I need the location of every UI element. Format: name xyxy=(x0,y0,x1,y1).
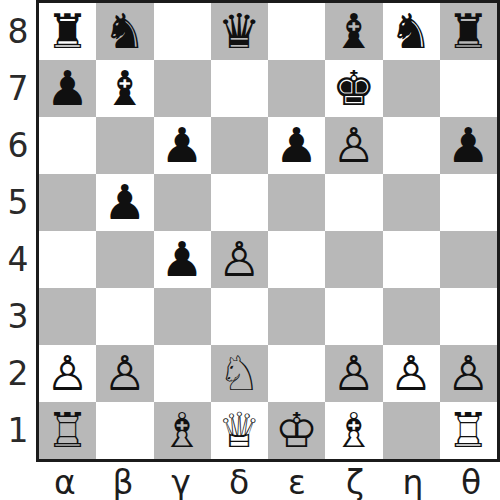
square-b3[interactable] xyxy=(96,288,153,345)
square-c8[interactable] xyxy=(154,3,211,60)
square-e6[interactable]: ♟ xyxy=(268,117,325,174)
square-a4[interactable] xyxy=(39,231,96,288)
black-pawn: ♟ xyxy=(161,121,204,169)
white-pawn: ♙ xyxy=(447,349,490,397)
square-e5[interactable] xyxy=(268,174,325,231)
square-c1[interactable]: ♗ xyxy=(154,402,211,459)
square-c3[interactable] xyxy=(154,288,211,345)
square-a1[interactable]: ♖ xyxy=(39,402,96,459)
file-label-d: δ xyxy=(210,460,268,500)
rank-label-8: 8 xyxy=(0,3,36,60)
rank-label-5: 5 xyxy=(0,174,36,231)
square-a6[interactable] xyxy=(39,117,96,174)
square-d2[interactable]: ♘ xyxy=(211,345,268,402)
square-f8[interactable]: ♝ xyxy=(325,3,382,60)
square-d5[interactable] xyxy=(211,174,268,231)
square-e7[interactable] xyxy=(268,60,325,117)
white-queen: ♕ xyxy=(218,406,261,454)
rank-labels: 87654321 xyxy=(0,3,36,459)
square-e2[interactable] xyxy=(268,345,325,402)
file-label-e: ε xyxy=(268,460,326,500)
square-c5[interactable] xyxy=(154,174,211,231)
black-pawn: ♟ xyxy=(103,178,146,226)
square-g3[interactable] xyxy=(383,288,440,345)
white-king: ♔ xyxy=(275,406,318,454)
white-pawn: ♙ xyxy=(390,349,433,397)
file-label-a: α xyxy=(36,460,94,500)
black-king: ♚ xyxy=(332,64,375,112)
square-c2[interactable] xyxy=(154,345,211,402)
square-f6[interactable]: ♙ xyxy=(325,117,382,174)
square-d7[interactable] xyxy=(211,60,268,117)
rank-label-7: 7 xyxy=(0,60,36,117)
square-h2[interactable]: ♙ xyxy=(440,345,497,402)
square-h3[interactable] xyxy=(440,288,497,345)
square-b6[interactable] xyxy=(96,117,153,174)
file-label-b: β xyxy=(94,460,152,500)
square-d3[interactable] xyxy=(211,288,268,345)
rank-label-3: 3 xyxy=(0,288,36,345)
square-e8[interactable] xyxy=(268,3,325,60)
file-labels: αβγδεζηθ xyxy=(36,460,500,500)
square-e1[interactable]: ♔ xyxy=(268,402,325,459)
square-d1[interactable]: ♕ xyxy=(211,402,268,459)
white-pawn: ♙ xyxy=(218,235,261,283)
black-rook: ♜ xyxy=(447,7,490,55)
square-g5[interactable] xyxy=(383,174,440,231)
file-label-c: γ xyxy=(152,460,210,500)
square-d6[interactable] xyxy=(211,117,268,174)
square-f1[interactable]: ♗ xyxy=(325,402,382,459)
black-pawn: ♟ xyxy=(447,121,490,169)
white-pawn: ♙ xyxy=(103,349,146,397)
chess-diagram: 87654321 ♜♞♛♝♞♜♟♝♚♟♟♙♟♟♟♙♙♙♘♙♙♙♖♗♕♔♗♖ αβ… xyxy=(0,0,500,500)
white-rook: ♖ xyxy=(447,406,490,454)
white-knight: ♘ xyxy=(218,349,261,397)
file-label-g: η xyxy=(384,460,442,500)
square-g4[interactable] xyxy=(383,231,440,288)
square-h6[interactable]: ♟ xyxy=(440,117,497,174)
square-a8[interactable]: ♜ xyxy=(39,3,96,60)
square-b2[interactable]: ♙ xyxy=(96,345,153,402)
white-pawn: ♙ xyxy=(46,349,89,397)
chessboard: ♜♞♛♝♞♜♟♝♚♟♟♙♟♟♟♙♙♙♘♙♙♙♖♗♕♔♗♖ xyxy=(36,0,500,462)
square-f3[interactable] xyxy=(325,288,382,345)
square-b1[interactable] xyxy=(96,402,153,459)
black-queen: ♛ xyxy=(218,7,261,55)
square-a2[interactable]: ♙ xyxy=(39,345,96,402)
square-b5[interactable]: ♟ xyxy=(96,174,153,231)
square-g8[interactable]: ♞ xyxy=(383,3,440,60)
square-h4[interactable] xyxy=(440,231,497,288)
black-bishop: ♝ xyxy=(103,64,146,112)
black-rook: ♜ xyxy=(46,7,89,55)
square-a5[interactable] xyxy=(39,174,96,231)
square-c6[interactable]: ♟ xyxy=(154,117,211,174)
rank-label-2: 2 xyxy=(0,345,36,402)
square-b8[interactable]: ♞ xyxy=(96,3,153,60)
square-h7[interactable] xyxy=(440,60,497,117)
square-h5[interactable] xyxy=(440,174,497,231)
rank-label-6: 6 xyxy=(0,117,36,174)
white-rook: ♖ xyxy=(46,406,89,454)
square-f5[interactable] xyxy=(325,174,382,231)
square-b7[interactable]: ♝ xyxy=(96,60,153,117)
white-pawn: ♙ xyxy=(332,121,375,169)
square-a3[interactable] xyxy=(39,288,96,345)
rank-label-4: 4 xyxy=(0,231,36,288)
black-pawn: ♟ xyxy=(46,64,89,112)
square-g1[interactable] xyxy=(383,402,440,459)
square-f4[interactable] xyxy=(325,231,382,288)
square-a7[interactable]: ♟ xyxy=(39,60,96,117)
square-f7[interactable]: ♚ xyxy=(325,60,382,117)
square-g7[interactable] xyxy=(383,60,440,117)
white-bishop: ♗ xyxy=(332,406,375,454)
black-pawn: ♟ xyxy=(161,235,204,283)
square-d8[interactable]: ♛ xyxy=(211,3,268,60)
black-knight: ♞ xyxy=(103,7,146,55)
square-h1[interactable]: ♖ xyxy=(440,402,497,459)
white-bishop: ♗ xyxy=(161,406,204,454)
square-c4[interactable]: ♟ xyxy=(154,231,211,288)
black-bishop: ♝ xyxy=(332,7,375,55)
square-g6[interactable] xyxy=(383,117,440,174)
white-pawn: ♙ xyxy=(332,349,375,397)
black-knight: ♞ xyxy=(390,7,433,55)
square-g2[interactable]: ♙ xyxy=(383,345,440,402)
square-d4[interactable]: ♙ xyxy=(211,231,268,288)
square-h8[interactable]: ♜ xyxy=(440,3,497,60)
file-label-h: θ xyxy=(442,460,500,500)
square-f2[interactable]: ♙ xyxy=(325,345,382,402)
file-label-f: ζ xyxy=(326,460,384,500)
square-c7[interactable] xyxy=(154,60,211,117)
square-b4[interactable] xyxy=(96,231,153,288)
rank-label-1: 1 xyxy=(0,402,36,459)
square-e3[interactable] xyxy=(268,288,325,345)
square-e4[interactable] xyxy=(268,231,325,288)
black-pawn: ♟ xyxy=(275,121,318,169)
